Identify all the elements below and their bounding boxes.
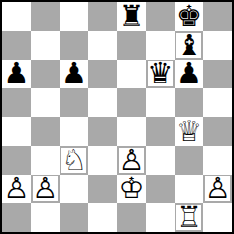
square-f3[interactable] (146, 146, 175, 175)
black-king-piece[interactable]: ♚ (176, 4, 201, 29)
white-king-piece[interactable]: ♔ (119, 176, 144, 201)
square-h2[interactable]: ♙ (203, 175, 232, 204)
white-knight-piece[interactable]: ♘ (61, 148, 86, 173)
square-e3[interactable]: ♙ (117, 146, 146, 175)
square-b7[interactable] (31, 31, 60, 60)
square-d5[interactable] (88, 88, 117, 117)
square-e7[interactable] (117, 31, 146, 60)
square-h7[interactable] (203, 31, 232, 60)
square-h1[interactable] (203, 203, 232, 232)
square-a3[interactable] (2, 146, 31, 175)
square-h8[interactable] (203, 2, 232, 31)
square-a8[interactable] (2, 2, 31, 31)
square-b4[interactable] (31, 117, 60, 146)
white-queen-piece[interactable]: ♕ (176, 119, 201, 144)
white-pawn-piece[interactable]: ♙ (119, 148, 144, 173)
square-c3[interactable]: ♘ (60, 146, 89, 175)
square-e2[interactable]: ♔ (117, 175, 146, 204)
white-rook-piece[interactable]: ♖ (176, 205, 201, 230)
square-b8[interactable] (31, 2, 60, 31)
square-b3[interactable] (31, 146, 60, 175)
square-g5[interactable] (175, 88, 204, 117)
square-h5[interactable] (203, 88, 232, 117)
square-g3[interactable] (175, 146, 204, 175)
white-pawn-piece[interactable]: ♙ (205, 176, 230, 201)
square-d6[interactable] (88, 60, 117, 89)
white-pawn-piece[interactable]: ♙ (4, 176, 29, 201)
square-d8[interactable] (88, 2, 117, 31)
square-e8[interactable]: ♜ (117, 2, 146, 31)
square-a1[interactable] (2, 203, 31, 232)
square-f1[interactable] (146, 203, 175, 232)
square-g6[interactable]: ♟ (175, 60, 204, 89)
square-d1[interactable] (88, 203, 117, 232)
square-e1[interactable] (117, 203, 146, 232)
square-h3[interactable] (203, 146, 232, 175)
black-pawn-piece[interactable]: ♟ (176, 61, 201, 86)
square-f8[interactable] (146, 2, 175, 31)
square-f6[interactable]: ♛ (146, 60, 175, 89)
board-grid: ♜♚♝♟♟♛♟♕♘♙♙♙♔♙♖ (2, 2, 232, 232)
square-b1[interactable] (31, 203, 60, 232)
square-h4[interactable] (203, 117, 232, 146)
square-g7[interactable]: ♝ (175, 31, 204, 60)
square-f2[interactable] (146, 175, 175, 204)
black-queen-piece[interactable]: ♛ (148, 61, 173, 86)
square-a6[interactable]: ♟ (2, 60, 31, 89)
square-f5[interactable] (146, 88, 175, 117)
square-d7[interactable] (88, 31, 117, 60)
white-pawn-piece[interactable]: ♙ (33, 176, 58, 201)
square-a5[interactable] (2, 88, 31, 117)
square-d2[interactable] (88, 175, 117, 204)
square-e5[interactable] (117, 88, 146, 117)
square-b6[interactable] (31, 60, 60, 89)
square-c2[interactable] (60, 175, 89, 204)
square-a4[interactable] (2, 117, 31, 146)
black-pawn-piece[interactable]: ♟ (61, 61, 86, 86)
square-c5[interactable] (60, 88, 89, 117)
square-g2[interactable] (175, 175, 204, 204)
square-e6[interactable] (117, 60, 146, 89)
square-f4[interactable] (146, 117, 175, 146)
square-a2[interactable]: ♙ (2, 175, 31, 204)
square-c4[interactable] (60, 117, 89, 146)
black-rook-piece[interactable]: ♜ (119, 4, 144, 29)
square-f7[interactable] (146, 31, 175, 60)
square-b5[interactable] (31, 88, 60, 117)
square-c7[interactable] (60, 31, 89, 60)
square-g8[interactable]: ♚ (175, 2, 204, 31)
square-e4[interactable] (117, 117, 146, 146)
black-pawn-piece[interactable]: ♟ (4, 61, 29, 86)
square-d4[interactable] (88, 117, 117, 146)
square-a7[interactable] (2, 31, 31, 60)
square-g1[interactable]: ♖ (175, 203, 204, 232)
square-h6[interactable] (203, 60, 232, 89)
square-d3[interactable] (88, 146, 117, 175)
square-c1[interactable] (60, 203, 89, 232)
square-c6[interactable]: ♟ (60, 60, 89, 89)
chess-board: ♜♚♝♟♟♛♟♕♘♙♙♙♔♙♖ (0, 0, 234, 234)
square-g4[interactable]: ♕ (175, 117, 204, 146)
black-bishop-piece[interactable]: ♝ (176, 33, 201, 58)
square-c8[interactable] (60, 2, 89, 31)
square-b2[interactable]: ♙ (31, 175, 60, 204)
